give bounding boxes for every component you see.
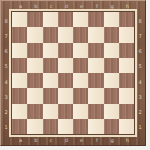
file-label-f: f <box>89 136 104 144</box>
rank-label-5: 5 <box>136 59 144 74</box>
square-b8[interactable] <box>27 12 42 27</box>
square-g3[interactable] <box>104 88 119 103</box>
board-grid <box>12 12 134 134</box>
square-g4[interactable] <box>104 73 119 88</box>
rank-labels-right: 87654321 <box>136 13 144 135</box>
rank-label-3: 3 <box>136 89 144 104</box>
rank-label-8: 8 <box>136 13 144 28</box>
square-h6[interactable] <box>119 43 134 58</box>
square-b6[interactable] <box>27 43 42 58</box>
square-d4[interactable] <box>58 73 73 88</box>
square-e5[interactable] <box>73 58 88 73</box>
square-h2[interactable] <box>119 104 134 119</box>
rank-label-1: 1 <box>136 120 144 135</box>
square-h1[interactable] <box>119 119 134 134</box>
square-f8[interactable] <box>88 12 103 27</box>
rank-label-2: 2 <box>136 105 144 120</box>
square-c1[interactable] <box>43 119 58 134</box>
square-h3[interactable] <box>119 88 134 103</box>
square-h4[interactable] <box>119 73 134 88</box>
square-f3[interactable] <box>88 88 103 103</box>
square-h5[interactable] <box>119 58 134 73</box>
square-f1[interactable] <box>88 119 103 134</box>
square-g8[interactable] <box>104 12 119 27</box>
square-c8[interactable] <box>43 12 58 27</box>
square-b5[interactable] <box>27 58 42 73</box>
square-c3[interactable] <box>43 88 58 103</box>
square-b1[interactable] <box>27 119 42 134</box>
square-c6[interactable] <box>43 43 58 58</box>
rank-label-4: 4 <box>136 74 144 89</box>
square-a5[interactable] <box>12 58 27 73</box>
file-label-e: e <box>74 136 89 144</box>
square-h8[interactable] <box>119 12 134 27</box>
file-label-d: d <box>59 136 74 144</box>
square-c7[interactable] <box>43 27 58 42</box>
square-d5[interactable] <box>58 58 73 73</box>
square-e4[interactable] <box>73 73 88 88</box>
square-g7[interactable] <box>104 27 119 42</box>
square-e2[interactable] <box>73 104 88 119</box>
file-label-c: c <box>44 136 59 144</box>
square-e8[interactable] <box>73 12 88 27</box>
square-g5[interactable] <box>104 58 119 73</box>
square-d1[interactable] <box>58 119 73 134</box>
square-f5[interactable] <box>88 58 103 73</box>
square-c5[interactable] <box>43 58 58 73</box>
square-h7[interactable] <box>119 27 134 42</box>
square-b4[interactable] <box>27 73 42 88</box>
page-background: { "game": "chess", "position": "8/8/8/8/… <box>0 0 150 150</box>
square-a4[interactable] <box>12 73 27 88</box>
square-f2[interactable] <box>88 104 103 119</box>
square-d2[interactable] <box>58 104 73 119</box>
square-a1[interactable] <box>12 119 27 134</box>
square-d7[interactable] <box>58 27 73 42</box>
square-a8[interactable] <box>12 12 27 27</box>
square-f7[interactable] <box>88 27 103 42</box>
file-label-g: g <box>105 136 120 144</box>
square-e6[interactable] <box>73 43 88 58</box>
square-c2[interactable] <box>43 104 58 119</box>
square-a6[interactable] <box>12 43 27 58</box>
square-d6[interactable] <box>58 43 73 58</box>
square-e7[interactable] <box>73 27 88 42</box>
square-b3[interactable] <box>27 88 42 103</box>
board-inlay-border <box>9 9 137 137</box>
square-f4[interactable] <box>88 73 103 88</box>
rank-label-6: 6 <box>136 44 144 59</box>
square-a7[interactable] <box>12 27 27 42</box>
file-label-a: a <box>13 136 28 144</box>
square-g1[interactable] <box>104 119 119 134</box>
square-d3[interactable] <box>58 88 73 103</box>
square-b7[interactable] <box>27 27 42 42</box>
square-f6[interactable] <box>88 43 103 58</box>
square-e3[interactable] <box>73 88 88 103</box>
square-g2[interactable] <box>104 104 119 119</box>
file-label-b: b <box>28 136 43 144</box>
chess-board: abcdefgh abcdefgh 87654321 87654321 <box>0 0 146 146</box>
square-a2[interactable] <box>12 104 27 119</box>
square-b2[interactable] <box>27 104 42 119</box>
square-a3[interactable] <box>12 88 27 103</box>
square-g6[interactable] <box>104 43 119 58</box>
file-label-h: h <box>120 136 135 144</box>
square-c4[interactable] <box>43 73 58 88</box>
rank-label-7: 7 <box>136 28 144 43</box>
square-d8[interactable] <box>58 12 73 27</box>
file-labels-bottom: abcdefgh <box>13 136 135 144</box>
square-e1[interactable] <box>73 119 88 134</box>
